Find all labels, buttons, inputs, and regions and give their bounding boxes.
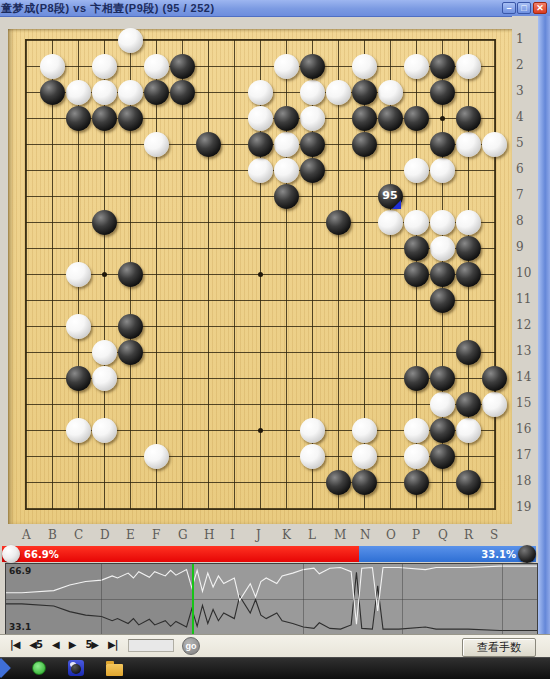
row-label-14: 14 bbox=[516, 370, 531, 384]
black-stone-D8 bbox=[92, 210, 117, 235]
graph-max-label: 66.9 bbox=[9, 566, 31, 576]
graph-plot bbox=[6, 564, 537, 634]
black-stone-icon bbox=[518, 545, 536, 563]
white-stone-D16 bbox=[92, 418, 117, 443]
column-label-E: E bbox=[126, 528, 135, 542]
folder-icon[interactable] bbox=[106, 664, 123, 676]
star-point bbox=[258, 428, 263, 433]
white-stone-icon bbox=[2, 545, 20, 563]
white-stone-J3 bbox=[248, 80, 273, 105]
winrate-graph[interactable]: 66.9 33.1 bbox=[5, 563, 538, 635]
row-label-2: 2 bbox=[516, 58, 524, 72]
black-stone-G3 bbox=[170, 80, 195, 105]
white-stone-L16 bbox=[300, 418, 325, 443]
row-label-7: 7 bbox=[516, 188, 524, 202]
row-label-17: 17 bbox=[516, 448, 531, 462]
row-label-12: 12 bbox=[516, 318, 531, 332]
row-label-16: 16 bbox=[516, 422, 531, 436]
black-stone-L5 bbox=[300, 132, 325, 157]
black-stone-P4 bbox=[404, 106, 429, 131]
black-stone-E4 bbox=[118, 106, 143, 131]
white-stone-S5 bbox=[482, 132, 507, 157]
white-stone-P8 bbox=[404, 210, 429, 235]
nav-button-2[interactable]: ◀ bbox=[52, 639, 59, 650]
white-stone-K5 bbox=[274, 132, 299, 157]
row-label-18: 18 bbox=[516, 474, 531, 488]
black-stone-B3 bbox=[40, 80, 65, 105]
graph-min-label: 33.1 bbox=[9, 622, 31, 632]
window-right-border bbox=[538, 16, 550, 657]
white-stone-L3 bbox=[300, 80, 325, 105]
column-label-R: R bbox=[464, 528, 473, 542]
black-stone-N18 bbox=[352, 470, 377, 495]
white-stone-P16 bbox=[404, 418, 429, 443]
black-stone-K4 bbox=[274, 106, 299, 131]
column-label-P: P bbox=[412, 528, 420, 542]
row-label-6: 6 bbox=[516, 162, 524, 176]
black-stone-F3 bbox=[144, 80, 169, 105]
nav-button-1[interactable]: ◀5 bbox=[29, 639, 42, 650]
white-stone-D13 bbox=[92, 340, 117, 365]
black-stone-O4 bbox=[378, 106, 403, 131]
row-label-19: 19 bbox=[516, 500, 531, 514]
black-stone-R13 bbox=[456, 340, 481, 365]
nav-button-5[interactable]: ▶| bbox=[108, 639, 117, 650]
white-stone-P6 bbox=[404, 158, 429, 183]
column-label-A: A bbox=[22, 528, 31, 542]
black-stone-Q10 bbox=[430, 262, 455, 287]
black-stone-R4 bbox=[456, 106, 481, 131]
black-stone-L6 bbox=[300, 158, 325, 183]
white-stone-C16 bbox=[66, 418, 91, 443]
white-stone-R16 bbox=[456, 418, 481, 443]
graph-gridline bbox=[101, 564, 102, 634]
column-label-J: J bbox=[256, 528, 261, 542]
column-label-G: G bbox=[178, 528, 188, 542]
star-point bbox=[440, 116, 445, 121]
white-stone-R5 bbox=[456, 132, 481, 157]
white-stone-S15 bbox=[482, 392, 507, 417]
move-nav-buttons: |◀◀5◀▶5▶▶| bbox=[10, 639, 117, 650]
black-stone-N5 bbox=[352, 132, 377, 157]
row-label-3: 3 bbox=[516, 84, 524, 98]
black-stone-C4 bbox=[66, 106, 91, 131]
black-stone-H5 bbox=[196, 132, 221, 157]
nav-button-3[interactable]: ▶ bbox=[69, 639, 76, 650]
black-stone-D4 bbox=[92, 106, 117, 131]
white-stone-R8 bbox=[456, 210, 481, 235]
white-stone-P17 bbox=[404, 444, 429, 469]
column-label-I: I bbox=[230, 528, 235, 542]
column-label-H: H bbox=[204, 528, 214, 542]
windows-icon[interactable] bbox=[0, 658, 11, 678]
column-label-L: L bbox=[308, 528, 316, 542]
black-stone-Q3 bbox=[430, 80, 455, 105]
last-move-marker-icon bbox=[392, 200, 401, 209]
black-stone-Q14 bbox=[430, 366, 455, 391]
white-stone-N17 bbox=[352, 444, 377, 469]
green-globe-icon[interactable] bbox=[32, 661, 46, 675]
black-stone-P18 bbox=[404, 470, 429, 495]
black-winrate-label: 33.1% bbox=[481, 549, 516, 560]
white-stone-Q6 bbox=[430, 158, 455, 183]
white-stone-K2 bbox=[274, 54, 299, 79]
black-stone-Q17 bbox=[430, 444, 455, 469]
graph-gridline bbox=[402, 564, 403, 634]
current-move-line bbox=[192, 564, 194, 634]
column-label-B: B bbox=[48, 528, 57, 542]
column-label-D: D bbox=[100, 528, 110, 542]
black-stone-S14 bbox=[482, 366, 507, 391]
white-stone-B2 bbox=[40, 54, 65, 79]
white-stone-D3 bbox=[92, 80, 117, 105]
graph-gridline bbox=[303, 564, 304, 634]
white-stone-R2 bbox=[456, 54, 481, 79]
close-button[interactable]: ✕ bbox=[533, 2, 547, 14]
window-title: 童梦成(P8段) vs 卞相壹(P9段) (95 / 252) bbox=[1, 1, 215, 16]
black-stone-R15 bbox=[456, 392, 481, 417]
black-stone-E13 bbox=[118, 340, 143, 365]
white-stone-Q15 bbox=[430, 392, 455, 417]
white-stone-Q8 bbox=[430, 210, 455, 235]
black-stone-C14 bbox=[66, 366, 91, 391]
navigation-toolbar: |◀◀5◀▶5▶▶| go 查看手数 bbox=[0, 634, 550, 658]
black-stone-R10 bbox=[456, 262, 481, 287]
white-stone-E1 bbox=[118, 28, 143, 53]
black-stone-P10 bbox=[404, 262, 429, 287]
column-label-O: O bbox=[386, 528, 396, 542]
black-stone-N3 bbox=[352, 80, 377, 105]
white-stone-O3 bbox=[378, 80, 403, 105]
black-stone-Q16 bbox=[430, 418, 455, 443]
black-stone-R9 bbox=[456, 236, 481, 261]
black-stone-R18 bbox=[456, 470, 481, 495]
graph-gridline bbox=[502, 564, 503, 634]
taskbar bbox=[0, 657, 550, 679]
go-app-icon[interactable] bbox=[68, 660, 84, 676]
column-label-Q: Q bbox=[438, 528, 448, 542]
white-stone-C3 bbox=[66, 80, 91, 105]
nav-button-4[interactable]: 5▶ bbox=[85, 639, 98, 650]
white-stone-P2 bbox=[404, 54, 429, 79]
column-labels: ABCDEFGHIJKLMNOPQRS bbox=[8, 524, 512, 546]
column-label-S: S bbox=[490, 528, 498, 542]
black-stone-G2 bbox=[170, 54, 195, 79]
black-stone-P9 bbox=[404, 236, 429, 261]
row-labels: 12345678910111213141516171819 bbox=[512, 16, 538, 546]
white-stone-K6 bbox=[274, 158, 299, 183]
column-label-K: K bbox=[282, 528, 291, 542]
row-label-4: 4 bbox=[516, 110, 524, 124]
white-stone-C12 bbox=[66, 314, 91, 339]
row-label-1: 1 bbox=[516, 32, 524, 46]
white-stone-L17 bbox=[300, 444, 325, 469]
column-label-F: F bbox=[152, 528, 160, 542]
winrate-bar: 66.9% 33.1% bbox=[2, 546, 536, 562]
row-label-13: 13 bbox=[516, 344, 531, 358]
white-winrate-segment: 66.9% bbox=[2, 546, 359, 562]
black-stone-Q5 bbox=[430, 132, 455, 157]
row-label-8: 8 bbox=[516, 214, 524, 228]
black-stone-L2 bbox=[300, 54, 325, 79]
row-label-11: 11 bbox=[516, 292, 531, 306]
black-stone-M8 bbox=[326, 210, 351, 235]
black-stone-M18 bbox=[326, 470, 351, 495]
go-button[interactable]: go bbox=[182, 637, 200, 655]
black-stone-E10 bbox=[118, 262, 143, 287]
column-label-N: N bbox=[360, 528, 371, 542]
star-point bbox=[102, 272, 107, 277]
white-stone-N2 bbox=[352, 54, 377, 79]
black-stone-K7 bbox=[274, 184, 299, 209]
row-label-10: 10 bbox=[516, 266, 531, 280]
black-stone-J5 bbox=[248, 132, 273, 157]
white-stone-Q9 bbox=[430, 236, 455, 261]
star-point bbox=[258, 272, 263, 277]
white-stone-D2 bbox=[92, 54, 117, 79]
white-stone-L4 bbox=[300, 106, 325, 131]
white-stone-M3 bbox=[326, 80, 351, 105]
white-stone-J6 bbox=[248, 158, 273, 183]
move-number-input[interactable] bbox=[128, 639, 174, 652]
white-stone-O8 bbox=[378, 210, 403, 235]
black-stone-N4 bbox=[352, 106, 377, 131]
white-stone-F17 bbox=[144, 444, 169, 469]
black-winrate-segment: 33.1% bbox=[359, 546, 536, 562]
minimize-button[interactable]: – bbox=[502, 2, 516, 14]
white-stone-C10 bbox=[66, 262, 91, 287]
white-stone-D14 bbox=[92, 366, 117, 391]
row-label-9: 9 bbox=[516, 240, 524, 254]
view-moves-button[interactable]: 查看手数 bbox=[462, 638, 536, 657]
row-label-5: 5 bbox=[516, 136, 524, 150]
app-window: 童梦成(P8段) vs 卞相壹(P9段) (95 / 252) – □ ✕ 95… bbox=[0, 0, 550, 679]
column-label-M: M bbox=[334, 528, 346, 542]
black-stone-E12 bbox=[118, 314, 143, 339]
white-stone-N16 bbox=[352, 418, 377, 443]
nav-button-0[interactable]: |◀ bbox=[10, 639, 19, 650]
white-stone-E3 bbox=[118, 80, 143, 105]
white-stone-F5 bbox=[144, 132, 169, 157]
black-stone-Q2 bbox=[430, 54, 455, 79]
black-stone-P14 bbox=[404, 366, 429, 391]
black-stone-Q11 bbox=[430, 288, 455, 313]
title-bar: 童梦成(P8段) vs 卞相壹(P9段) (95 / 252) – □ ✕ bbox=[0, 0, 550, 17]
row-label-15: 15 bbox=[516, 396, 531, 410]
white-stone-F2 bbox=[144, 54, 169, 79]
column-label-C: C bbox=[74, 528, 83, 542]
maximize-button[interactable]: □ bbox=[517, 2, 531, 14]
white-winrate-label: 66.9% bbox=[24, 549, 59, 560]
board[interactable]: 95 bbox=[8, 29, 512, 524]
white-stone-J4 bbox=[248, 106, 273, 131]
